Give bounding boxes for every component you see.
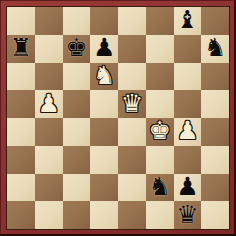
square-b6[interactable] — [35, 63, 63, 91]
square-b5[interactable]: ♟ — [35, 90, 63, 118]
square-c2[interactable] — [63, 174, 91, 202]
piece-white-pawn[interactable]: ♟ — [37, 91, 59, 116]
chess-board-frame: ♝♜♚♟♞♞♟♛♚♟♞♟♛ — [0, 0, 236, 236]
square-e3[interactable] — [118, 146, 146, 174]
square-f1[interactable] — [146, 201, 174, 229]
piece-black-bishop[interactable]: ♝ — [176, 7, 198, 32]
square-f4[interactable]: ♚ — [146, 118, 174, 146]
piece-white-queen[interactable]: ♛ — [121, 91, 143, 116]
square-b2[interactable] — [35, 174, 63, 202]
square-a2[interactable] — [7, 174, 35, 202]
square-h6[interactable] — [201, 63, 229, 91]
square-c1[interactable] — [63, 201, 91, 229]
square-g1[interactable]: ♛ — [174, 201, 202, 229]
square-e7[interactable] — [118, 35, 146, 63]
square-g8[interactable]: ♝ — [174, 7, 202, 35]
square-h7[interactable]: ♞ — [201, 35, 229, 63]
square-c8[interactable] — [63, 7, 91, 35]
square-d4[interactable] — [90, 118, 118, 146]
square-e8[interactable] — [118, 7, 146, 35]
piece-black-rook[interactable]: ♜ — [10, 35, 32, 60]
square-h4[interactable] — [201, 118, 229, 146]
square-e5[interactable]: ♛ — [118, 90, 146, 118]
piece-black-queen[interactable]: ♛ — [176, 202, 198, 227]
square-g4[interactable]: ♟ — [174, 118, 202, 146]
square-f6[interactable] — [146, 63, 174, 91]
piece-white-pawn[interactable]: ♟ — [176, 118, 198, 143]
square-b3[interactable] — [35, 146, 63, 174]
piece-black-pawn[interactable]: ♟ — [93, 35, 115, 60]
square-h1[interactable] — [201, 201, 229, 229]
square-d6[interactable]: ♞ — [90, 63, 118, 91]
square-f2[interactable]: ♞ — [146, 174, 174, 202]
square-h3[interactable] — [201, 146, 229, 174]
square-e2[interactable] — [118, 174, 146, 202]
piece-black-knight[interactable]: ♞ — [204, 35, 226, 60]
square-c6[interactable] — [63, 63, 91, 91]
square-e6[interactable] — [118, 63, 146, 91]
square-d8[interactable] — [90, 7, 118, 35]
square-f7[interactable] — [146, 35, 174, 63]
piece-black-pawn[interactable]: ♟ — [176, 174, 198, 199]
square-g2[interactable]: ♟ — [174, 174, 202, 202]
square-g5[interactable] — [174, 90, 202, 118]
square-h2[interactable] — [201, 174, 229, 202]
square-b1[interactable] — [35, 201, 63, 229]
square-a3[interactable] — [7, 146, 35, 174]
square-d7[interactable]: ♟ — [90, 35, 118, 63]
square-h8[interactable] — [201, 7, 229, 35]
square-a7[interactable]: ♜ — [7, 35, 35, 63]
chess-board: ♝♜♚♟♞♞♟♛♚♟♞♟♛ — [7, 7, 229, 229]
square-f8[interactable] — [146, 7, 174, 35]
square-a8[interactable] — [7, 7, 35, 35]
square-d1[interactable] — [90, 201, 118, 229]
square-b7[interactable] — [35, 35, 63, 63]
square-d2[interactable] — [90, 174, 118, 202]
square-a1[interactable] — [7, 201, 35, 229]
square-d3[interactable] — [90, 146, 118, 174]
square-f5[interactable] — [146, 90, 174, 118]
square-b8[interactable] — [35, 7, 63, 35]
square-c5[interactable] — [63, 90, 91, 118]
square-e1[interactable] — [118, 201, 146, 229]
square-g6[interactable] — [174, 63, 202, 91]
square-h5[interactable] — [201, 90, 229, 118]
piece-black-king[interactable]: ♚ — [65, 35, 87, 60]
square-g7[interactable] — [174, 35, 202, 63]
square-a4[interactable] — [7, 118, 35, 146]
square-e4[interactable] — [118, 118, 146, 146]
square-c3[interactable] — [63, 146, 91, 174]
square-a5[interactable] — [7, 90, 35, 118]
piece-white-knight[interactable]: ♞ — [93, 63, 115, 88]
square-f3[interactable] — [146, 146, 174, 174]
piece-black-knight[interactable]: ♞ — [148, 174, 170, 199]
square-c4[interactable] — [63, 118, 91, 146]
square-a6[interactable] — [7, 63, 35, 91]
square-c7[interactable]: ♚ — [63, 35, 91, 63]
square-d5[interactable] — [90, 90, 118, 118]
square-b4[interactable] — [35, 118, 63, 146]
piece-white-king[interactable]: ♚ — [148, 118, 170, 143]
square-g3[interactable] — [174, 146, 202, 174]
